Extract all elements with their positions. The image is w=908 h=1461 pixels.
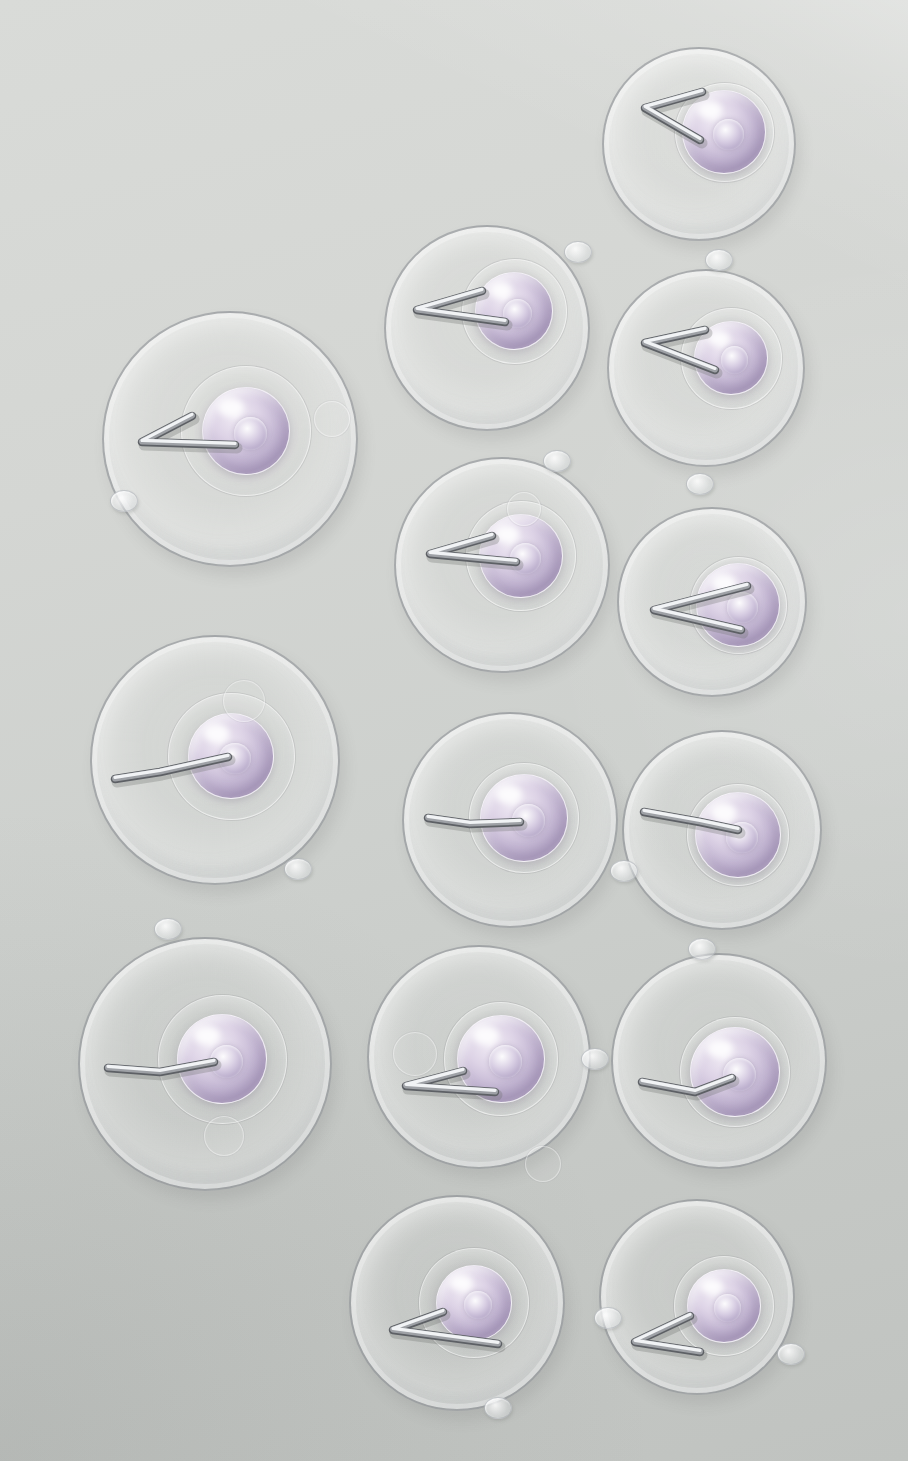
pull-tab-9 <box>581 1048 609 1070</box>
pull-tab-7 <box>154 918 182 940</box>
photo-canvas <box>0 0 908 1461</box>
suction-cup-8 <box>402 712 618 928</box>
pull-tab-3 <box>543 450 571 472</box>
suction-cup-9 <box>622 730 822 930</box>
pull-tab-4 <box>686 473 714 495</box>
metal-hook <box>384 225 590 431</box>
suction-cup-7 <box>90 635 340 885</box>
molded-circle-mark-4 <box>525 1146 561 1182</box>
suction-cup-10 <box>78 937 332 1191</box>
molded-circle-mark-5 <box>507 492 541 526</box>
pull-tab-2 <box>564 241 592 263</box>
pull-tab-8 <box>610 860 638 882</box>
pull-tab-11 <box>484 1397 512 1419</box>
metal-hook <box>349 1195 565 1411</box>
suction-cup-1 <box>602 47 796 241</box>
suction-cup-6 <box>617 507 807 697</box>
pull-tab-1 <box>705 249 733 271</box>
suction-cup-4 <box>102 311 358 567</box>
metal-hook <box>599 1199 795 1395</box>
pull-tab-5 <box>110 490 138 512</box>
suction-cup-12 <box>611 953 827 1169</box>
metal-hook <box>622 730 822 930</box>
molded-circle-mark-3 <box>393 1032 437 1076</box>
metal-hook <box>607 269 805 467</box>
metal-hook <box>102 311 358 567</box>
metal-hook <box>617 507 807 697</box>
suction-cup-5 <box>394 457 610 673</box>
metal-hook <box>90 635 340 885</box>
hook-stroke <box>654 586 747 630</box>
metal-hook <box>402 712 618 928</box>
pull-tab-13 <box>594 1307 622 1329</box>
pull-tab-6 <box>284 858 312 880</box>
suction-cup-2 <box>384 225 590 431</box>
pull-tab-12 <box>777 1343 805 1365</box>
metal-hook <box>78 937 332 1191</box>
metal-hook <box>611 953 827 1169</box>
pull-tab-10 <box>688 938 716 960</box>
molded-circle-mark-1 <box>223 680 265 722</box>
metal-hook <box>602 47 796 241</box>
suction-cup-13 <box>349 1195 565 1411</box>
metal-hook <box>394 457 610 673</box>
molded-circle-mark-6 <box>314 401 350 437</box>
suction-cup-3 <box>607 269 805 467</box>
molded-circle-mark-2 <box>204 1116 244 1156</box>
suction-cup-14 <box>599 1199 795 1395</box>
